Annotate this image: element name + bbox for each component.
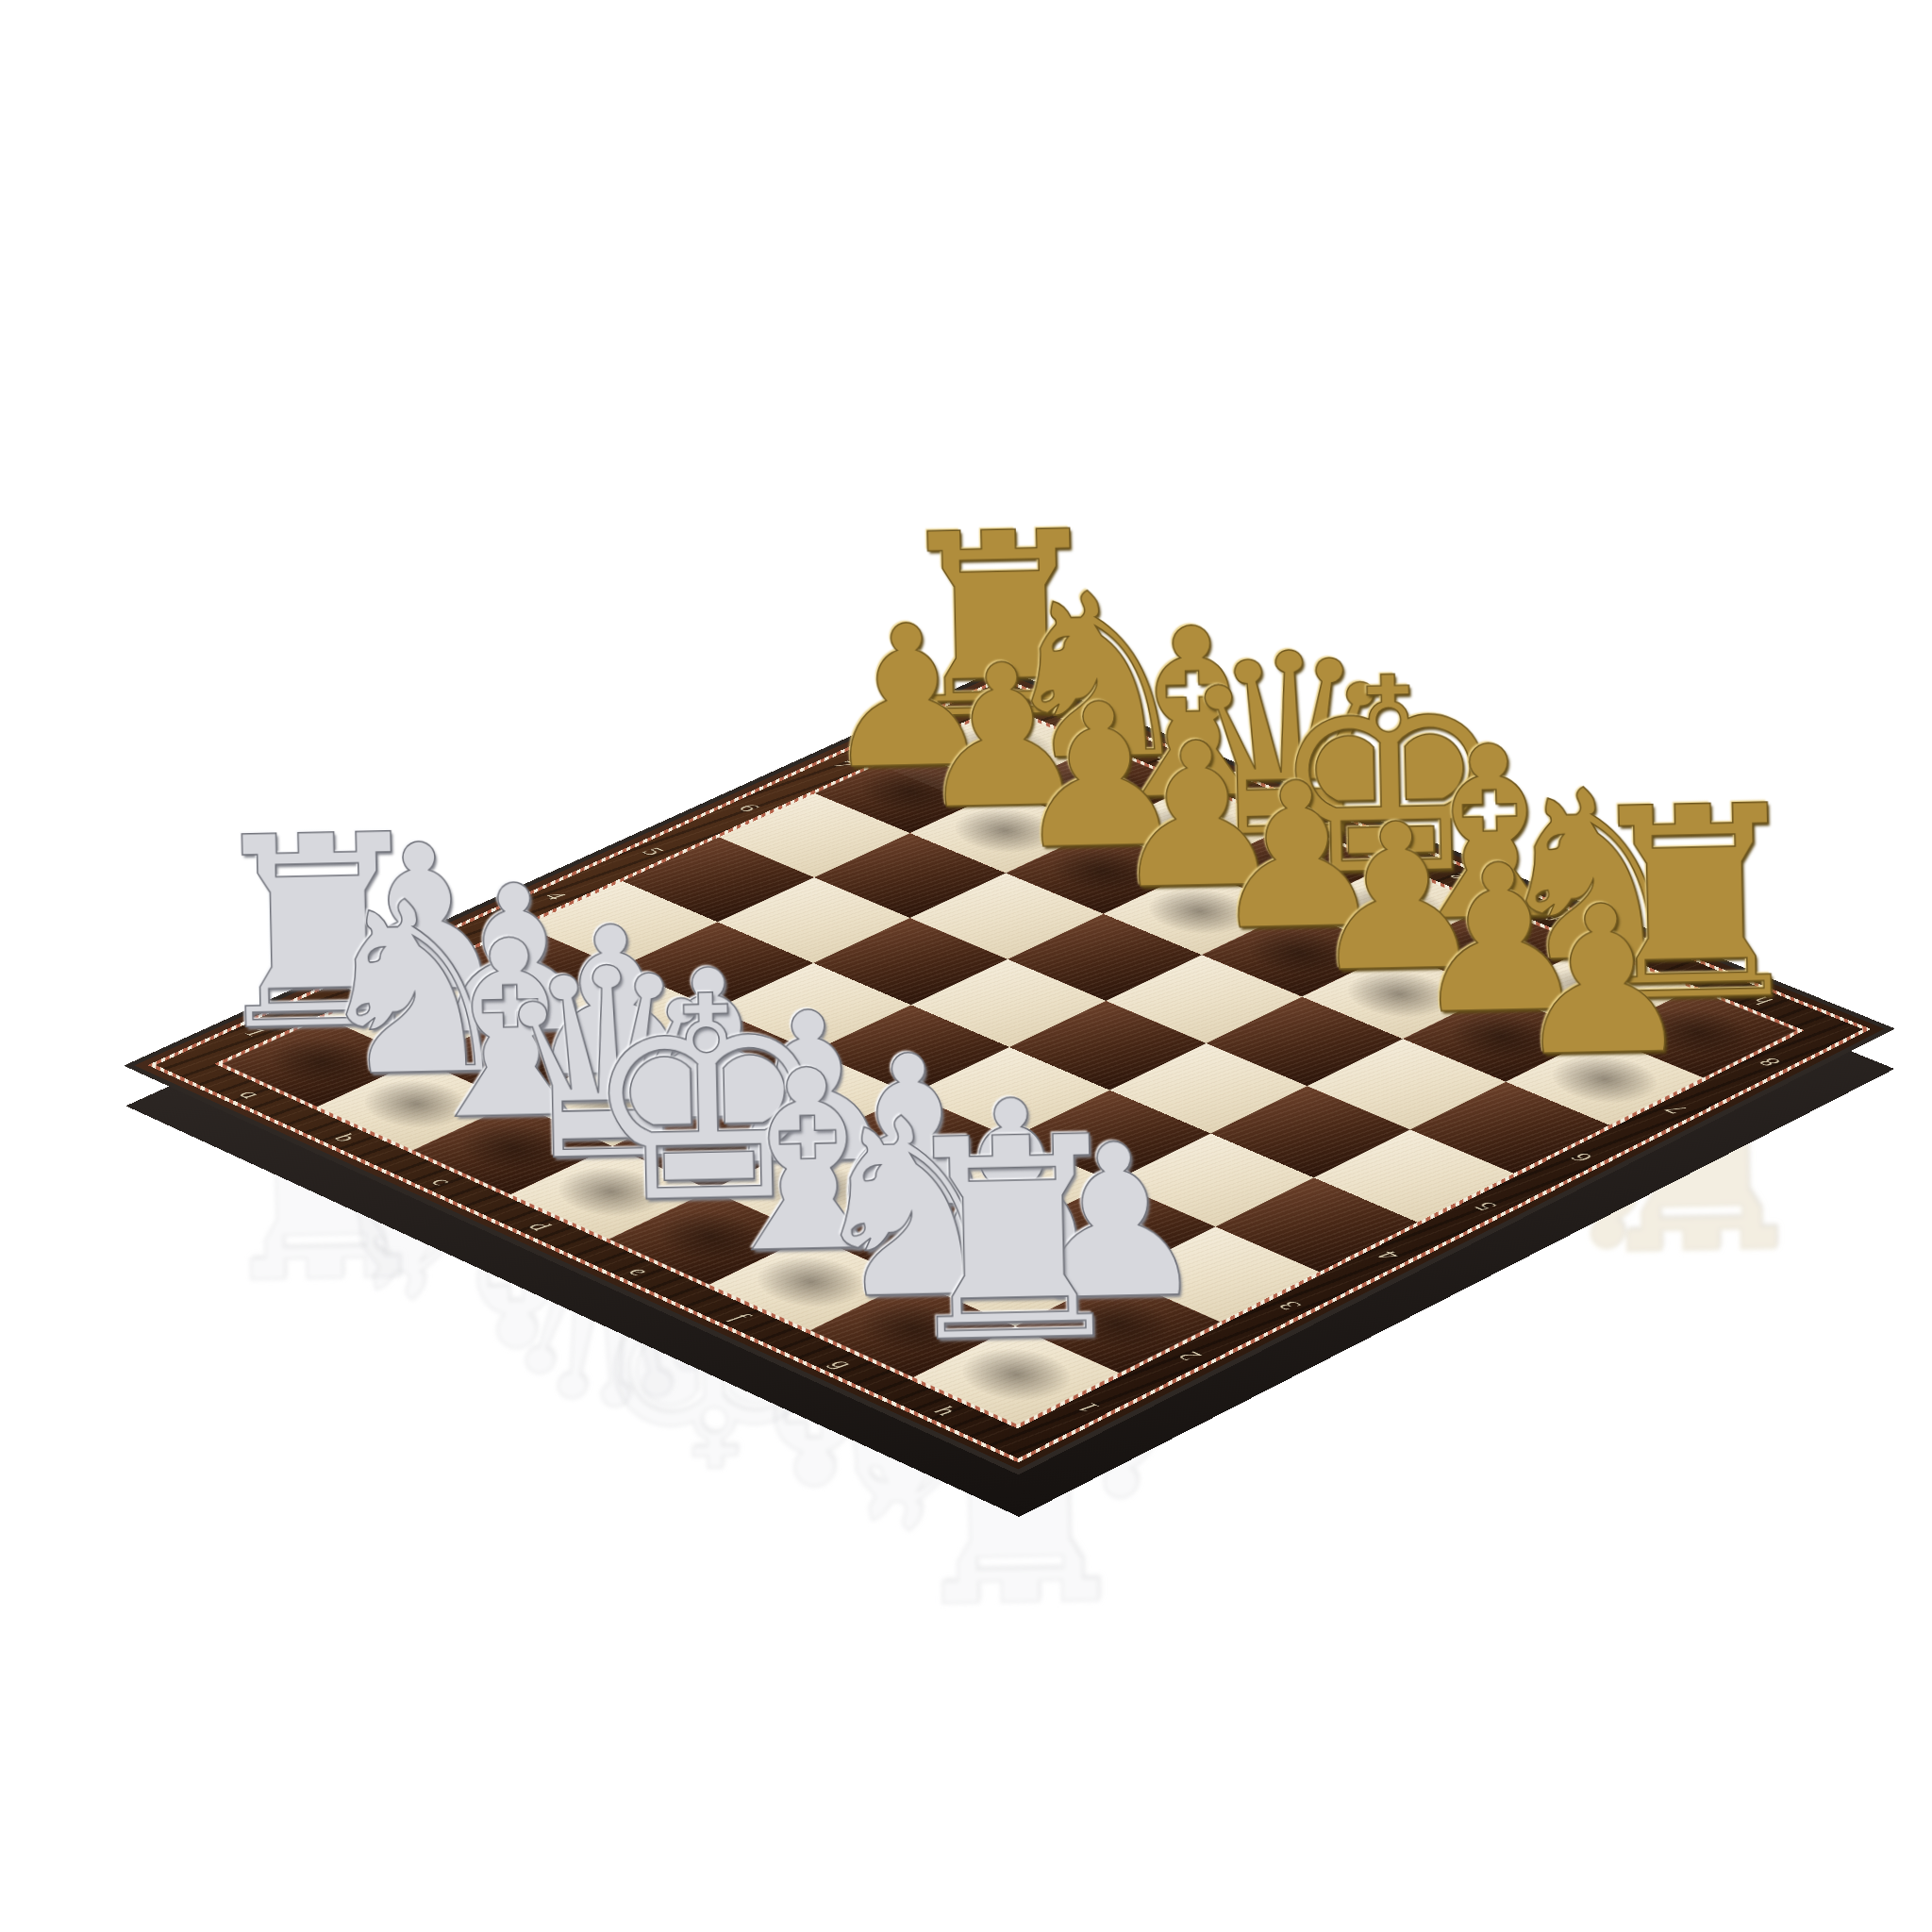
chess-board: abcdefgh abcdefgh 12345678 12345678 ♜♞♝♛… xyxy=(124,668,1895,1474)
pawn-glyph: ♟ xyxy=(1439,876,1766,1088)
board-grid: ♜♞♝♛♚♝♞♜♟♟♟♟♟♟♟♟♟♟♟♟♟♟♟♟♜♞♝♛♚♝♞♜ xyxy=(223,708,1796,1424)
board-frame-margin: abcdefgh abcdefgh 12345678 12345678 ♜♞♝♛… xyxy=(156,681,1863,1458)
rook-glyph: ♜ xyxy=(842,1099,1185,1383)
product-photo-scene: abcdefgh abcdefgh 12345678 12345678 ♜♞♝♛… xyxy=(0,0,1932,1932)
outer-stripe-inlay: abcdefgh abcdefgh 12345678 12345678 ♜♞♝♛… xyxy=(148,677,1872,1462)
inner-stripe-inlay: ♜♞♝♛♚♝♞♜♟♟♟♟♟♟♟♟♟♟♟♟♟♟♟♟♜♞♝♛♚♝♞♜ xyxy=(214,705,1804,1428)
